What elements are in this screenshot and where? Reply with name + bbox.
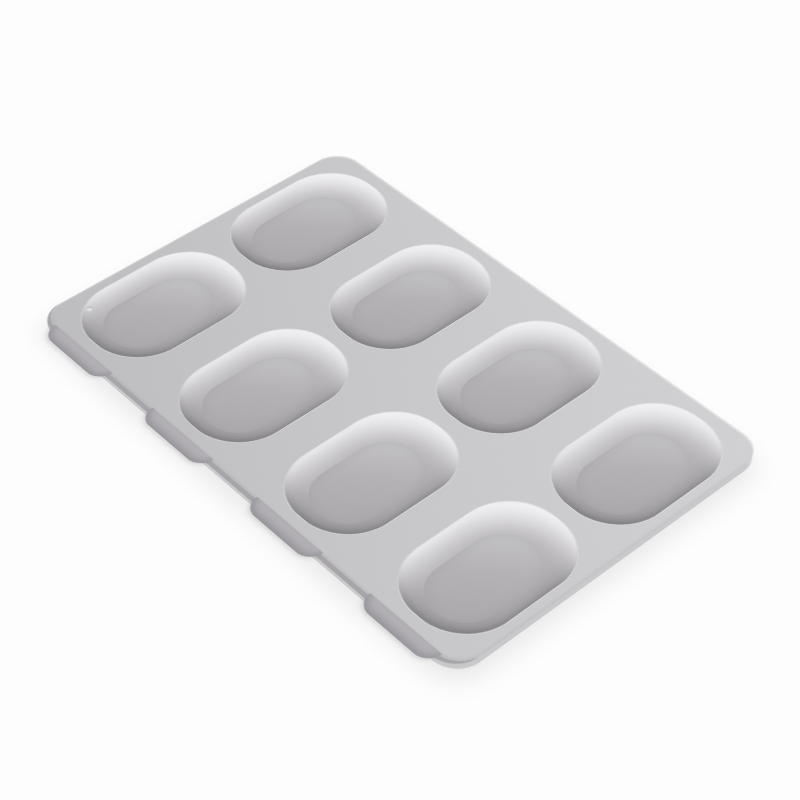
cavity-floor xyxy=(560,422,707,527)
cavity-floor xyxy=(444,338,586,435)
cavity-r1c4 xyxy=(527,387,745,543)
cavity-floor xyxy=(292,431,442,537)
silicone-mold-tray xyxy=(40,149,767,672)
cavity-floor xyxy=(238,188,372,272)
cavity-floor xyxy=(406,522,561,637)
cavity-floor xyxy=(186,346,331,444)
cavity-floor xyxy=(337,261,475,351)
cavity-floor xyxy=(88,268,229,359)
photo-background xyxy=(0,0,800,800)
